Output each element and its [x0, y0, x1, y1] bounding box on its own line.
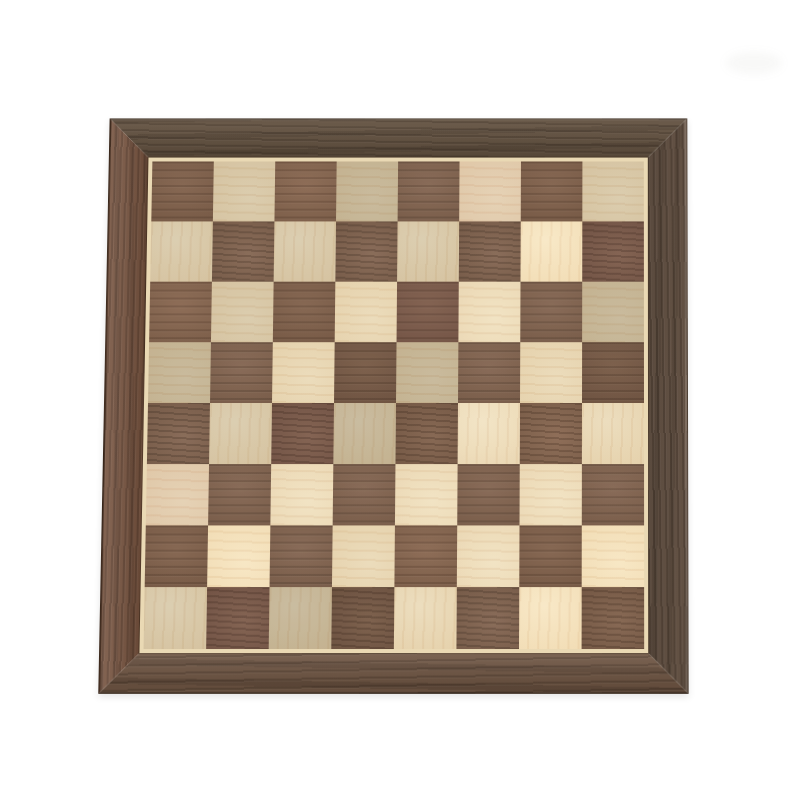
square-h7[interactable]	[582, 221, 644, 281]
square-d8[interactable]	[336, 161, 398, 221]
square-h5[interactable]	[582, 342, 644, 403]
square-g2[interactable]	[519, 525, 582, 587]
board-frame-top	[109, 118, 688, 161]
square-f4[interactable]	[458, 403, 520, 464]
photo-smudge	[726, 52, 782, 74]
square-h2[interactable]	[582, 525, 644, 587]
square-d7[interactable]	[335, 221, 397, 281]
square-d4[interactable]	[333, 403, 396, 464]
square-e8[interactable]	[398, 161, 460, 221]
square-e6[interactable]	[397, 282, 459, 343]
square-d1[interactable]	[331, 587, 394, 649]
square-a8[interactable]	[151, 161, 214, 221]
square-d6[interactable]	[335, 282, 397, 343]
square-e5[interactable]	[396, 342, 458, 403]
square-g4[interactable]	[520, 403, 582, 464]
square-c1[interactable]	[269, 587, 332, 649]
square-d3[interactable]	[333, 464, 396, 525]
square-a4[interactable]	[147, 403, 210, 464]
board-squares-grid	[144, 161, 645, 649]
square-h4[interactable]	[582, 403, 644, 464]
square-d2[interactable]	[332, 525, 395, 587]
square-c5[interactable]	[272, 342, 335, 403]
square-a3[interactable]	[146, 464, 209, 525]
square-c8[interactable]	[274, 161, 336, 221]
square-e2[interactable]	[394, 525, 457, 587]
square-f3[interactable]	[457, 464, 520, 525]
square-a5[interactable]	[148, 342, 211, 403]
square-g7[interactable]	[520, 221, 582, 281]
square-a6[interactable]	[149, 282, 212, 343]
square-f5[interactable]	[458, 342, 520, 403]
square-a7[interactable]	[150, 221, 213, 281]
chess-board	[98, 118, 688, 693]
square-c7[interactable]	[274, 221, 336, 281]
square-e7[interactable]	[397, 221, 459, 281]
square-c4[interactable]	[271, 403, 334, 464]
square-b4[interactable]	[209, 403, 272, 464]
square-e4[interactable]	[395, 403, 458, 464]
square-b6[interactable]	[211, 282, 274, 343]
square-c6[interactable]	[273, 282, 336, 343]
square-f2[interactable]	[457, 525, 520, 587]
square-e3[interactable]	[395, 464, 458, 525]
maple-inlay-border	[139, 158, 648, 654]
square-g5[interactable]	[520, 342, 582, 403]
square-b1[interactable]	[206, 587, 269, 649]
square-a1[interactable]	[144, 587, 208, 649]
square-h8[interactable]	[582, 161, 644, 221]
square-b3[interactable]	[208, 464, 271, 525]
square-b8[interactable]	[213, 161, 275, 221]
square-a2[interactable]	[145, 525, 208, 587]
square-f6[interactable]	[458, 282, 520, 343]
board-frame-right	[644, 118, 689, 693]
square-e1[interactable]	[394, 587, 457, 649]
square-b2[interactable]	[207, 525, 270, 587]
square-g3[interactable]	[520, 464, 582, 525]
square-f7[interactable]	[459, 221, 521, 281]
square-c3[interactable]	[270, 464, 333, 525]
square-d5[interactable]	[334, 342, 397, 403]
square-h3[interactable]	[582, 464, 644, 525]
square-g8[interactable]	[521, 161, 583, 221]
square-h6[interactable]	[582, 282, 644, 343]
square-f8[interactable]	[459, 161, 521, 221]
square-h1[interactable]	[582, 587, 645, 649]
square-f1[interactable]	[456, 587, 519, 649]
square-b5[interactable]	[210, 342, 273, 403]
board-frame-bottom	[98, 649, 688, 694]
photo-background	[0, 0, 800, 800]
square-g6[interactable]	[520, 282, 582, 343]
square-c2[interactable]	[270, 525, 333, 587]
square-g1[interactable]	[519, 587, 582, 649]
square-b7[interactable]	[212, 221, 275, 281]
